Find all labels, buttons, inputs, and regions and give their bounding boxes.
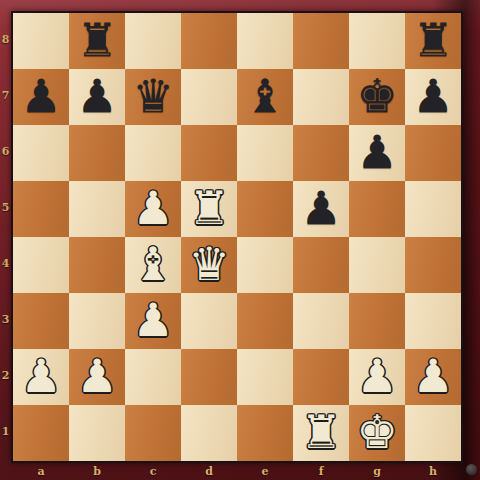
- square-b6[interactable]: [69, 125, 125, 181]
- piece-black-pawn: ♟: [13, 69, 69, 125]
- square-d4[interactable]: ♛: [181, 237, 237, 293]
- square-b1[interactable]: [69, 405, 125, 461]
- square-b2[interactable]: ♟: [69, 349, 125, 405]
- file-label-f: f: [293, 462, 349, 480]
- piece-black-pawn: ♟: [405, 69, 461, 125]
- corner-dot-icon: [466, 464, 477, 475]
- piece-white-queen: ♛: [181, 237, 237, 293]
- square-g3[interactable]: [349, 293, 405, 349]
- file-label-h: h: [405, 462, 461, 480]
- square-e8[interactable]: [237, 13, 293, 69]
- file-label-c: c: [125, 462, 181, 480]
- square-e6[interactable]: [237, 125, 293, 181]
- square-h6[interactable]: [405, 125, 461, 181]
- square-c4[interactable]: ♝: [125, 237, 181, 293]
- square-c8[interactable]: [125, 13, 181, 69]
- piece-white-pawn: ♟: [13, 349, 69, 405]
- rank-label-1: 1: [0, 403, 11, 459]
- piece-black-queen: ♛: [125, 69, 181, 125]
- square-a2[interactable]: ♟: [13, 349, 69, 405]
- square-b3[interactable]: [69, 293, 125, 349]
- square-a5[interactable]: [13, 181, 69, 237]
- square-h3[interactable]: [405, 293, 461, 349]
- square-g8[interactable]: [349, 13, 405, 69]
- square-a3[interactable]: [13, 293, 69, 349]
- file-label-a: a: [13, 462, 69, 480]
- piece-white-pawn: ♟: [349, 349, 405, 405]
- square-e5[interactable]: [237, 181, 293, 237]
- square-f8[interactable]: [293, 13, 349, 69]
- square-d8[interactable]: [181, 13, 237, 69]
- square-c6[interactable]: [125, 125, 181, 181]
- rank-label-3: 3: [0, 291, 11, 347]
- piece-white-pawn: ♟: [125, 181, 181, 237]
- square-c7[interactable]: ♛: [125, 69, 181, 125]
- piece-white-bishop: ♝: [125, 237, 181, 293]
- file-labels: abcdefgh: [13, 462, 461, 480]
- square-h8[interactable]: ♜: [405, 13, 461, 69]
- square-f1[interactable]: ♜: [293, 405, 349, 461]
- square-f3[interactable]: [293, 293, 349, 349]
- square-g5[interactable]: [349, 181, 405, 237]
- square-f4[interactable]: [293, 237, 349, 293]
- square-d3[interactable]: [181, 293, 237, 349]
- square-f5[interactable]: ♟: [293, 181, 349, 237]
- square-d1[interactable]: [181, 405, 237, 461]
- piece-black-king: ♚: [349, 69, 405, 125]
- square-f2[interactable]: [293, 349, 349, 405]
- square-f6[interactable]: [293, 125, 349, 181]
- square-b8[interactable]: ♜: [69, 13, 125, 69]
- rank-labels: 87654321: [0, 11, 11, 463]
- square-b7[interactable]: ♟: [69, 69, 125, 125]
- rank-label-7: 7: [0, 67, 11, 123]
- board-frame: 87654321 ♜♜♟♟♛♝♚♟♟♟♜♟♝♛♟♟♟♟♟♜♚ abcdefgh: [0, 0, 480, 480]
- piece-black-rook: ♜: [405, 13, 461, 69]
- square-g7[interactable]: ♚: [349, 69, 405, 125]
- square-a7[interactable]: ♟: [13, 69, 69, 125]
- square-e7[interactable]: ♝: [237, 69, 293, 125]
- square-g2[interactable]: ♟: [349, 349, 405, 405]
- rank-label-2: 2: [0, 347, 11, 403]
- square-d6[interactable]: [181, 125, 237, 181]
- square-c3[interactable]: ♟: [125, 293, 181, 349]
- file-label-b: b: [69, 462, 125, 480]
- piece-black-pawn: ♟: [293, 181, 349, 237]
- square-a6[interactable]: [13, 125, 69, 181]
- square-h4[interactable]: [405, 237, 461, 293]
- rank-label-8: 8: [0, 11, 11, 67]
- square-g4[interactable]: [349, 237, 405, 293]
- square-e1[interactable]: [237, 405, 293, 461]
- piece-black-pawn: ♟: [349, 125, 405, 181]
- square-e2[interactable]: [237, 349, 293, 405]
- square-d2[interactable]: [181, 349, 237, 405]
- file-label-g: g: [349, 462, 405, 480]
- square-a4[interactable]: [13, 237, 69, 293]
- piece-black-bishop: ♝: [237, 69, 293, 125]
- chess-board: ♜♜♟♟♛♝♚♟♟♟♜♟♝♛♟♟♟♟♟♜♚: [11, 11, 463, 463]
- piece-white-rook: ♜: [181, 181, 237, 237]
- square-d5[interactable]: ♜: [181, 181, 237, 237]
- rank-label-5: 5: [0, 179, 11, 235]
- square-c5[interactable]: ♟: [125, 181, 181, 237]
- piece-white-pawn: ♟: [69, 349, 125, 405]
- square-h5[interactable]: [405, 181, 461, 237]
- square-d7[interactable]: [181, 69, 237, 125]
- piece-white-king: ♚: [349, 405, 405, 461]
- rank-label-4: 4: [0, 235, 11, 291]
- square-e3[interactable]: [237, 293, 293, 349]
- piece-black-rook: ♜: [69, 13, 125, 69]
- square-g6[interactable]: ♟: [349, 125, 405, 181]
- file-label-e: e: [237, 462, 293, 480]
- square-b5[interactable]: [69, 181, 125, 237]
- square-h2[interactable]: ♟: [405, 349, 461, 405]
- square-g1[interactable]: ♚: [349, 405, 405, 461]
- square-a8[interactable]: [13, 13, 69, 69]
- square-h1[interactable]: [405, 405, 461, 461]
- square-e4[interactable]: [237, 237, 293, 293]
- piece-white-pawn: ♟: [405, 349, 461, 405]
- piece-black-pawn: ♟: [69, 69, 125, 125]
- piece-white-rook: ♜: [293, 405, 349, 461]
- file-label-d: d: [181, 462, 237, 480]
- square-c2[interactable]: [125, 349, 181, 405]
- square-c1[interactable]: [125, 405, 181, 461]
- square-a1[interactable]: [13, 405, 69, 461]
- square-h7[interactable]: ♟: [405, 69, 461, 125]
- piece-white-pawn: ♟: [125, 293, 181, 349]
- square-f7[interactable]: [293, 69, 349, 125]
- square-b4[interactable]: [69, 237, 125, 293]
- rank-label-6: 6: [0, 123, 11, 179]
